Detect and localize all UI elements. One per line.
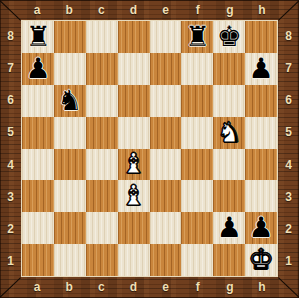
square-d3[interactable]: ♝ bbox=[118, 180, 150, 212]
square-b5[interactable] bbox=[54, 117, 86, 149]
square-f7[interactable] bbox=[181, 53, 213, 85]
file-labels-bottom: abcdefgh bbox=[21, 277, 278, 298]
chess-board: ♜♜♚♟♟♞♞♝♝♟♟♚ bbox=[21, 20, 278, 277]
square-e1[interactable] bbox=[150, 244, 182, 276]
square-c4[interactable] bbox=[86, 149, 118, 181]
square-e5[interactable] bbox=[150, 117, 182, 149]
square-d7[interactable] bbox=[118, 53, 150, 85]
square-f1[interactable] bbox=[181, 244, 213, 276]
square-d1[interactable] bbox=[118, 244, 150, 276]
rank-label-8: 8 bbox=[0, 20, 21, 52]
square-g6[interactable] bbox=[213, 85, 245, 117]
rank-label-1: 1 bbox=[278, 245, 299, 277]
file-label-b: b bbox=[53, 277, 85, 298]
square-b1[interactable] bbox=[54, 244, 86, 276]
rank-label-6: 6 bbox=[278, 84, 299, 116]
rank-label-1: 1 bbox=[0, 245, 21, 277]
square-c7[interactable] bbox=[86, 53, 118, 85]
square-e8[interactable] bbox=[150, 21, 182, 53]
rank-label-5: 5 bbox=[0, 116, 21, 148]
rank-labels-right: 87654321 bbox=[278, 20, 299, 277]
black-pawn[interactable]: ♟ bbox=[249, 55, 274, 83]
square-g5[interactable]: ♞ bbox=[213, 117, 245, 149]
square-c1[interactable] bbox=[86, 244, 118, 276]
frame-miter-line-top-right bbox=[278, 0, 299, 21]
file-label-e: e bbox=[150, 0, 182, 20]
square-h8[interactable] bbox=[245, 21, 277, 53]
square-d2[interactable] bbox=[118, 212, 150, 244]
square-d4[interactable]: ♝ bbox=[118, 149, 150, 181]
square-a2[interactable] bbox=[22, 212, 54, 244]
square-h3[interactable] bbox=[245, 180, 277, 212]
file-label-g: g bbox=[214, 0, 246, 20]
square-h1[interactable]: ♚ bbox=[245, 244, 277, 276]
square-b4[interactable] bbox=[54, 149, 86, 181]
file-labels-top: abcdefgh bbox=[21, 0, 278, 20]
square-h4[interactable] bbox=[245, 149, 277, 181]
rank-label-3: 3 bbox=[278, 181, 299, 213]
square-a6[interactable] bbox=[22, 85, 54, 117]
square-a1[interactable] bbox=[22, 244, 54, 276]
white-bishop[interactable]: ♝ bbox=[121, 182, 146, 210]
square-f3[interactable] bbox=[181, 180, 213, 212]
black-knight[interactable]: ♞ bbox=[57, 87, 82, 115]
white-king[interactable]: ♚ bbox=[249, 246, 274, 274]
black-pawn[interactable]: ♟ bbox=[249, 214, 274, 242]
file-label-h: h bbox=[246, 277, 278, 298]
square-b7[interactable] bbox=[54, 53, 86, 85]
square-g7[interactable] bbox=[213, 53, 245, 85]
square-a7[interactable]: ♟ bbox=[22, 53, 54, 85]
square-f5[interactable] bbox=[181, 117, 213, 149]
file-label-b: b bbox=[53, 0, 85, 20]
square-c5[interactable] bbox=[86, 117, 118, 149]
chess-board-frame: abcdefgh abcdefgh 87654321 87654321 ♜♜♚♟… bbox=[0, 0, 299, 298]
square-c2[interactable] bbox=[86, 212, 118, 244]
file-label-d: d bbox=[117, 277, 149, 298]
black-pawn[interactable]: ♟ bbox=[25, 55, 50, 83]
file-label-e: e bbox=[150, 277, 182, 298]
white-knight[interactable]: ♞ bbox=[217, 119, 242, 147]
rank-label-2: 2 bbox=[278, 213, 299, 245]
square-f6[interactable] bbox=[181, 85, 213, 117]
square-g3[interactable] bbox=[213, 180, 245, 212]
square-b6[interactable]: ♞ bbox=[54, 85, 86, 117]
black-pawn[interactable]: ♟ bbox=[217, 214, 242, 242]
black-king[interactable]: ♚ bbox=[217, 23, 242, 51]
square-h5[interactable] bbox=[245, 117, 277, 149]
square-g4[interactable] bbox=[213, 149, 245, 181]
rank-label-5: 5 bbox=[278, 116, 299, 148]
file-label-h: h bbox=[246, 0, 278, 20]
square-a4[interactable] bbox=[22, 149, 54, 181]
white-bishop[interactable]: ♝ bbox=[121, 150, 146, 178]
square-c6[interactable] bbox=[86, 85, 118, 117]
square-a5[interactable] bbox=[22, 117, 54, 149]
square-f2[interactable] bbox=[181, 212, 213, 244]
square-b3[interactable] bbox=[54, 180, 86, 212]
square-h6[interactable] bbox=[245, 85, 277, 117]
frame-miter-line-top-left bbox=[0, 0, 21, 21]
square-f8[interactable]: ♜ bbox=[181, 21, 213, 53]
square-b8[interactable] bbox=[54, 21, 86, 53]
black-rook[interactable]: ♜ bbox=[185, 23, 210, 51]
file-label-g: g bbox=[214, 277, 246, 298]
frame-miter-line-bottom-left bbox=[0, 277, 21, 298]
file-label-c: c bbox=[85, 277, 117, 298]
black-rook[interactable]: ♜ bbox=[25, 23, 50, 51]
square-e2[interactable] bbox=[150, 212, 182, 244]
square-d8[interactable] bbox=[118, 21, 150, 53]
file-label-d: d bbox=[117, 0, 149, 20]
square-e7[interactable] bbox=[150, 53, 182, 85]
square-g2[interactable]: ♟ bbox=[213, 212, 245, 244]
rank-labels-left: 87654321 bbox=[0, 20, 21, 277]
square-b2[interactable] bbox=[54, 212, 86, 244]
rank-label-7: 7 bbox=[278, 52, 299, 84]
rank-label-4: 4 bbox=[0, 149, 21, 181]
rank-label-3: 3 bbox=[0, 181, 21, 213]
rank-label-2: 2 bbox=[0, 213, 21, 245]
square-h7[interactable]: ♟ bbox=[245, 53, 277, 85]
rank-label-6: 6 bbox=[0, 84, 21, 116]
square-h2[interactable]: ♟ bbox=[245, 212, 277, 244]
file-label-f: f bbox=[182, 0, 214, 20]
square-e6[interactable] bbox=[150, 85, 182, 117]
file-label-a: a bbox=[21, 277, 53, 298]
frame-miter-line-bottom-right bbox=[278, 277, 299, 298]
square-c8[interactable] bbox=[86, 21, 118, 53]
rank-label-8: 8 bbox=[278, 20, 299, 52]
square-f4[interactable] bbox=[181, 149, 213, 181]
square-c3[interactable] bbox=[86, 180, 118, 212]
file-label-c: c bbox=[85, 0, 117, 20]
file-label-a: a bbox=[21, 0, 53, 20]
square-d5[interactable] bbox=[118, 117, 150, 149]
file-label-f: f bbox=[182, 277, 214, 298]
square-g1[interactable] bbox=[213, 244, 245, 276]
square-a3[interactable] bbox=[22, 180, 54, 212]
square-e3[interactable] bbox=[150, 180, 182, 212]
square-a8[interactable]: ♜ bbox=[22, 21, 54, 53]
rank-label-4: 4 bbox=[278, 149, 299, 181]
square-e4[interactable] bbox=[150, 149, 182, 181]
square-g8[interactable]: ♚ bbox=[213, 21, 245, 53]
rank-label-7: 7 bbox=[0, 52, 21, 84]
square-d6[interactable] bbox=[118, 85, 150, 117]
